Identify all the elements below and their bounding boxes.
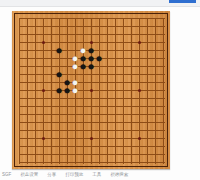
star-point xyxy=(42,137,45,140)
star-point xyxy=(42,41,45,44)
star-point xyxy=(42,89,45,92)
star-point xyxy=(90,41,93,44)
star-point xyxy=(138,41,141,44)
footer-link-sgf[interactable]: SGF xyxy=(2,172,11,177)
go-board[interactable]: ●●●●●●●●●●●●●●●● xyxy=(12,11,170,169)
footer-link-share[interactable]: 分享 xyxy=(47,172,56,177)
footer-link-print-preview[interactable]: 打印预览 xyxy=(65,172,83,177)
star-point xyxy=(138,89,141,92)
top-bar xyxy=(0,0,200,7)
footer-link-tools[interactable]: 工具 xyxy=(92,172,101,177)
page: ●●●●●●●●●●●●●●●● SGF 棋盘设置 分享 打印预览 工具 棋谱搜… xyxy=(0,0,200,180)
star-point xyxy=(138,137,141,140)
footer-links: SGF 棋盘设置 分享 打印预览 工具 棋谱搜索 xyxy=(2,172,198,177)
star-point xyxy=(90,137,93,140)
footer-link-search[interactable]: 棋谱搜索 xyxy=(110,172,128,177)
star-point xyxy=(90,89,93,92)
footer-link-board-settings[interactable]: 棋盘设置 xyxy=(20,172,38,177)
scroll-indicator xyxy=(169,0,196,3)
